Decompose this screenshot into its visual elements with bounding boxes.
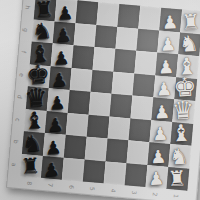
board-square: ♜: [166, 166, 189, 190]
board-square: [70, 68, 93, 92]
board-square: [136, 28, 159, 52]
black-pawn-piece: ♟: [54, 26, 71, 45]
white-pawn-piece: ♟: [149, 147, 166, 166]
black-pawn-piece: ♟: [45, 138, 62, 157]
board-square: [89, 92, 112, 116]
black-rook-piece: ♜: [20, 155, 40, 177]
board-square: [74, 23, 97, 47]
board-square: [64, 135, 87, 159]
chess-board: ♜♟♟♜♞♟♟♞♝♟♟♝♚♟♟♚♛♟♟♛♝♟♟♝♞♟♟♞♜♟♟♜: [20, 0, 200, 191]
black-pawn-piece: ♟: [43, 160, 60, 179]
board-square: [95, 25, 118, 49]
board-square: [134, 51, 157, 75]
board-square: [130, 95, 153, 119]
board-square: ♟: [43, 133, 66, 157]
white-pawn-piece: ♟: [161, 13, 178, 32]
black-pawn-piece: ♟: [52, 48, 69, 67]
white-pawn-piece: ♟: [159, 35, 176, 54]
board-square: ♟: [47, 88, 70, 112]
board-square: [62, 157, 85, 181]
board-square: ♟: [45, 111, 68, 135]
chessboard-photo: hgfedcba 87654321 ♜♟♟♜♞♟♟♞♝♟♟♝♚♟♟♚♛♟♟♛♝♟…: [0, 0, 200, 200]
board-square: ♟: [55, 0, 78, 23]
board-square: ♞: [168, 144, 191, 168]
board-square: ♞: [22, 131, 45, 155]
black-knight-piece: ♞: [22, 132, 43, 155]
white-pawn-piece: ♟: [147, 170, 164, 189]
board-square: [68, 90, 91, 114]
board-square: [110, 94, 133, 118]
board-square: ♝: [170, 122, 193, 146]
board-square: [113, 49, 136, 73]
white-bishop-piece: ♝: [170, 121, 192, 145]
board-square: [76, 0, 99, 24]
board-square: [112, 71, 135, 95]
board-square: [125, 163, 148, 187]
board-square: ♟: [41, 155, 64, 179]
board-square: [87, 114, 110, 138]
board-square: [108, 116, 131, 140]
black-pawn-piece: ♟: [50, 71, 67, 90]
board-square: [104, 161, 127, 185]
white-knight-piece: ♞: [168, 145, 189, 168]
board-square: [132, 73, 155, 97]
board-square: ♟: [53, 21, 76, 45]
board-square: ♟: [51, 43, 74, 67]
board-square: [72, 45, 95, 69]
board-square: ♟: [49, 66, 72, 90]
board-square: ♟: [149, 120, 172, 144]
board-square: [106, 138, 129, 162]
board-square: [66, 112, 89, 136]
black-pawn-piece: ♟: [47, 116, 64, 135]
board-square: ♜: [20, 154, 43, 178]
board-square: [96, 2, 119, 26]
board-square: [93, 47, 116, 71]
white-rook-piece: ♜: [167, 168, 187, 190]
white-pawn-piece: ♟: [155, 80, 172, 99]
board-square: [138, 6, 161, 30]
board-square: ♟: [157, 30, 180, 54]
board-square: ♟: [146, 165, 169, 189]
board-square: [85, 137, 108, 161]
board-square: [115, 26, 138, 50]
black-pawn-piece: ♟: [56, 3, 73, 22]
board-square: [117, 4, 140, 28]
black-pawn-piece: ♟: [49, 93, 66, 112]
board-square: ♟: [147, 142, 170, 166]
board-square: [91, 69, 114, 93]
board-square: [127, 140, 150, 164]
board-square: ♟: [159, 8, 182, 32]
board-square: ♝: [24, 109, 47, 133]
black-bishop-piece: ♝: [23, 109, 45, 133]
board-square: [129, 118, 152, 142]
white-pawn-piece: ♟: [153, 102, 170, 121]
white-pawn-piece: ♟: [157, 57, 174, 76]
white-pawn-piece: ♟: [151, 125, 168, 144]
board-square: [83, 159, 106, 183]
board-frame: hgfedcba 87654321 ♜♟♟♜♞♟♟♞♝♟♟♝♚♟♟♚♛♟♟♛♝♟…: [6, 0, 200, 200]
